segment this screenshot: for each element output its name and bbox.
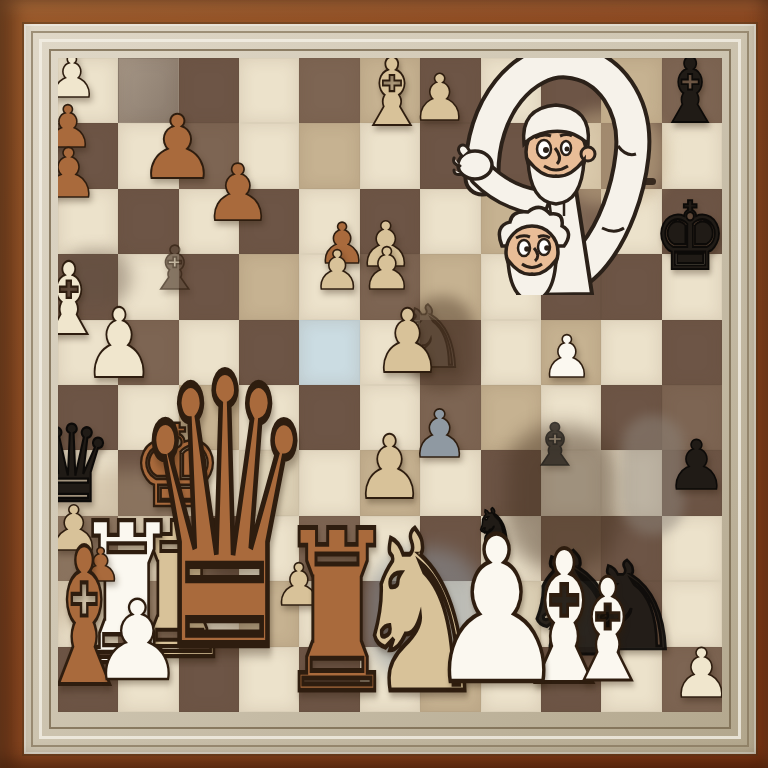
piece-bishop-black-smudge[interactable]: ♝ bbox=[529, 416, 581, 474]
piece-pawn-black-right[interactable]: ♟ bbox=[666, 432, 722, 500]
picture-frame-molding: ♟♟♟♟♟♝♟♝♚♟♟♝♝♟♟♟♟♞♟♟♟♟♝♚♛♛♟♟♝♜♟♜♟♜♞♟♞♞♞♝… bbox=[24, 24, 756, 754]
board-square-r4c9[interactable] bbox=[601, 320, 661, 385]
head bbox=[524, 105, 595, 204]
piece-pawn-white-bl[interactable]: ♟ bbox=[90, 586, 184, 696]
board-square-r4c10[interactable] bbox=[662, 320, 722, 385]
framed-chess-illustration: ♟♟♟♟♟♝♟♝♚♟♟♝♝♟♟♟♟♞♟♟♟♟♝♚♛♛♟♟♝♜♟♜♟♜♞♟♞♞♞♝… bbox=[0, 0, 768, 768]
piece-pawn-cream-br[interactable]: ♟ bbox=[671, 640, 722, 708]
old-man-character bbox=[452, 58, 667, 295]
piece-pawn-brown-c7[interactable]: ♟ bbox=[203, 154, 273, 232]
board-square-r0c3[interactable] bbox=[239, 58, 299, 123]
board-square-r6c9[interactable] bbox=[601, 450, 661, 515]
board-square-r4c7[interactable] bbox=[481, 320, 541, 385]
piece-bishop-white-br-2[interactable]: ♝ bbox=[562, 560, 654, 702]
board-square-r0c4[interactable] bbox=[299, 58, 359, 123]
piece-pawn-white-silhouette[interactable]: ♟ bbox=[541, 328, 593, 386]
piece-pawn-tan-ball[interactable]: ♟ bbox=[372, 298, 443, 386]
piece-bishop-tan-top[interactable]: ♝ bbox=[356, 58, 428, 140]
piece-pawn-tan-center-1[interactable]: ♟ bbox=[313, 244, 361, 298]
chess-board: ♟♟♟♟♟♝♟♝♚♟♟♝♝♟♟♟♟♞♟♟♟♟♝♚♛♛♟♟♝♜♟♜♟♜♞♟♞♞♞♝… bbox=[58, 58, 722, 712]
piece-pawn-brown-left-2[interactable]: ♟ bbox=[58, 140, 99, 208]
board-square-r5c9[interactable] bbox=[601, 385, 661, 450]
piece-pawn-white-giant[interactable]: ♟ bbox=[426, 510, 567, 712]
piece-bishop-smudge[interactable]: ♝ bbox=[148, 238, 202, 298]
board-square-r1c4[interactable] bbox=[299, 123, 359, 188]
